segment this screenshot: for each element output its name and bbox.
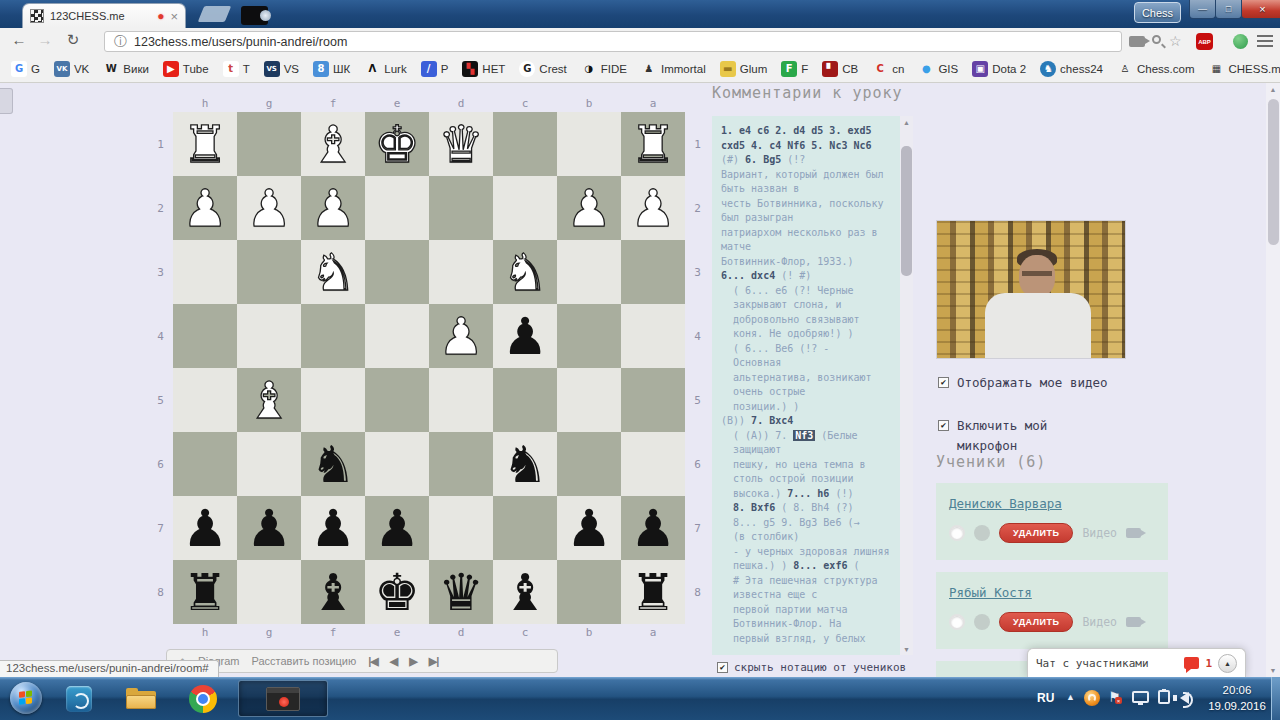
- notation-line: первый взгляд, у белых: [721, 632, 890, 647]
- notation-line: закрывают слона, и: [721, 298, 890, 313]
- white-queen-piece: ♛: [438, 119, 484, 170]
- notation-line: пешка.) ) 8... exf6 (: [721, 559, 890, 574]
- bookmark-label: T: [243, 63, 250, 75]
- nav-first-icon[interactable]: |◀: [368, 655, 378, 668]
- hide-notation-label: скрыть нотацию от учеников: [734, 661, 906, 674]
- bookmark-item[interactable]: ▚НЕТ: [455, 59, 512, 79]
- back-icon[interactable]: ←: [8, 31, 30, 48]
- notation-segment: высока.): [721, 488, 787, 499]
- reload-icon[interactable]: ↻: [62, 31, 84, 49]
- black-pawn-piece: ♟: [182, 503, 228, 554]
- notation-line: очень острые: [721, 385, 890, 400]
- zoom-icon[interactable]: [1152, 35, 1161, 44]
- rank-label: 4: [685, 304, 710, 368]
- bookmark-item[interactable]: ♟Immortal: [634, 59, 713, 79]
- fide-icon: ◑: [581, 61, 597, 77]
- notation-line: Вариант, который должен был: [721, 168, 890, 183]
- action-center-flag-icon[interactable]: ⚑×: [1108, 689, 1121, 705]
- square-h2[interactable]: ♟: [173, 176, 237, 240]
- notation-segment: пешку, но цена темпа в: [721, 459, 866, 470]
- bookmark-star-icon[interactable]: ☆: [1169, 33, 1182, 49]
- square-f4[interactable]: [301, 304, 365, 368]
- page-scrollbar[interactable]: ▲ ▼: [1266, 83, 1280, 677]
- rank-label: 3: [148, 240, 173, 304]
- notation-segment: [721, 502, 733, 513]
- square-c3[interactable]: ♞: [493, 240, 557, 304]
- bookmark-label: Glum: [740, 63, 767, 75]
- student-radio-off[interactable]: [949, 614, 965, 630]
- square-e6[interactable]: [365, 432, 429, 496]
- notation-line: (#) 6. Bg5 (!?: [721, 153, 890, 168]
- board-corner: [148, 95, 173, 112]
- file-label: e: [365, 95, 429, 112]
- square-b8[interactable]: [557, 560, 621, 624]
- square-e3[interactable]: [365, 240, 429, 304]
- minimize-button[interactable]: —: [1189, 0, 1216, 19]
- bookmark-item[interactable]: ▣Dota 2: [965, 59, 1033, 79]
- chess-com-icon: ♙: [1117, 61, 1133, 77]
- student-card: Денисюк ВарвараУДАЛИТЬВидео: [936, 483, 1168, 560]
- square-h5[interactable]: [173, 368, 237, 432]
- notation-segment: патриархом несколько раз в: [721, 227, 878, 238]
- square-b4[interactable]: [557, 304, 621, 368]
- app-icon: [66, 686, 92, 712]
- square-a4[interactable]: [621, 304, 685, 368]
- square-c4[interactable]: ♟: [493, 304, 557, 368]
- notation-segment: защищают: [721, 444, 781, 455]
- file-label: f: [301, 624, 365, 641]
- rank-label: 6: [685, 432, 710, 496]
- notation-line: позиции.) ): [721, 400, 890, 415]
- tab-title: 123CHESS.me: [50, 10, 151, 22]
- bookmark-item[interactable]: ●GIS: [911, 59, 965, 79]
- square-d4[interactable]: ♟: [429, 304, 493, 368]
- student-video-label: Видео: [1082, 615, 1117, 629]
- notation-segment: 1. e4 c6 2. d4 d5 3. exd5: [721, 125, 872, 136]
- maximize-button[interactable]: □: [1215, 0, 1242, 19]
- bookmark-item[interactable]: ΛLurk: [357, 59, 413, 79]
- black-bishop-piece: ♝: [310, 567, 356, 618]
- taskbar-recorder-button[interactable]: [238, 680, 328, 717]
- square-e1[interactable]: ♚: [365, 112, 429, 176]
- scroll-up-icon[interactable]: ▲: [900, 116, 913, 128]
- square-e5[interactable]: [365, 368, 429, 432]
- taskbar-explorer-button[interactable]: [112, 680, 170, 717]
- file-label: b: [557, 95, 621, 112]
- square-d6[interactable]: [429, 432, 493, 496]
- square-g4[interactable]: [237, 304, 301, 368]
- square-c1[interactable]: [493, 112, 557, 176]
- student-camera-icon: [1126, 617, 1141, 627]
- notation-segment: Ботвинник-Флор, 1933.): [721, 256, 853, 267]
- bookmark-label: Crest: [539, 63, 566, 75]
- file-label: c: [493, 95, 557, 112]
- delete-student-button[interactable]: УДАЛИТЬ: [999, 612, 1073, 632]
- square-g6[interactable]: [237, 432, 301, 496]
- rank-label: 2: [148, 176, 173, 240]
- white-rook-piece: ♜: [630, 119, 676, 170]
- bookmark-item[interactable]: ♙Chess.com: [1110, 59, 1202, 79]
- teacher-webcam-video: [936, 220, 1126, 359]
- notation-segment: 6. Bg5: [745, 154, 781, 165]
- clock-date: 19.09.2016: [1202, 698, 1272, 714]
- black-king-piece: ♚: [374, 567, 420, 618]
- url-text: 123chess.me/users/punin-andrei/room: [134, 35, 347, 49]
- square-b7[interactable]: ♟: [557, 496, 621, 560]
- square-a1[interactable]: ♜: [621, 112, 685, 176]
- notation-segment: очень острые: [721, 386, 805, 397]
- tray-expand-icon[interactable]: ▲: [1066, 692, 1075, 702]
- scroll-down-icon[interactable]: ▼: [1266, 664, 1280, 677]
- vs-icon: VS: [264, 61, 280, 77]
- square-a3[interactable]: [621, 240, 685, 304]
- шк-icon: 8: [313, 61, 329, 77]
- scrollbar-thumb[interactable]: [1268, 99, 1279, 245]
- bookmark-item[interactable]: WВики: [96, 59, 156, 79]
- notation-segment: ( 6... e6 (?! Черные: [721, 285, 853, 296]
- student-video-label: Видео: [1082, 526, 1117, 540]
- white-pawn-piece: ♟: [630, 183, 676, 234]
- show-desktop-button[interactable]: [1271, 677, 1280, 720]
- notation-segment: 8... exf6: [793, 560, 847, 571]
- tube-icon: ▶: [163, 61, 179, 77]
- bookmark-item[interactable]: tT: [216, 59, 257, 79]
- square-b3[interactable]: [557, 240, 621, 304]
- white-pawn-piece: ♟: [438, 311, 484, 362]
- square-g1[interactable]: [237, 112, 301, 176]
- students-heading: Ученики (6): [936, 453, 1046, 471]
- notation-segment: закрывают слона, и: [721, 299, 841, 310]
- setup-position-button[interactable]: Расставить позицию: [252, 655, 357, 667]
- bookmark-label: VS: [284, 63, 299, 75]
- square-a6[interactable]: [621, 432, 685, 496]
- file-label: h: [173, 95, 237, 112]
- page-content: hgfedcba1♜♝♚♛♜12♟♟♟♟♟23♞♞34♟♟45♝56♞♞67♟♟…: [0, 83, 1280, 677]
- student-name-link[interactable]: Рябый Костя: [949, 585, 1032, 600]
- comments-heading: Комментарии к уроку: [712, 84, 903, 102]
- tray-update-icon[interactable]: [1084, 690, 1100, 706]
- white-king-piece: ♚: [374, 119, 420, 170]
- tab-close-icon[interactable]: ×: [170, 10, 178, 23]
- chrome-icon: [189, 685, 217, 713]
- notation-line: патриархом несколько раз в: [721, 226, 890, 241]
- square-b1[interactable]: [557, 112, 621, 176]
- chess-board: hgfedcba1♜♝♚♛♜12♟♟♟♟♟23♞♞34♟♟45♝56♞♞67♟♟…: [148, 95, 710, 641]
- bookmark-item[interactable]: VSVS: [257, 59, 306, 79]
- file-label: c: [493, 624, 557, 641]
- mic-label: Включить мой микрофон: [957, 416, 1113, 456]
- bookmark-label: Dota 2: [992, 63, 1026, 75]
- rank-label: 1: [685, 112, 710, 176]
- background-chess-window-chip[interactable]: Chess: [1134, 2, 1181, 23]
- language-indicator[interactable]: RU: [1037, 691, 1054, 705]
- bookmark-item[interactable]: Ccn: [865, 59, 911, 79]
- board-corner: [148, 624, 173, 641]
- notation-line: первой партии матча: [721, 603, 890, 618]
- student-name-link[interactable]: Денисюк Варвара: [949, 496, 1062, 511]
- notation-line: Основная: [721, 356, 890, 371]
- square-f6[interactable]: ♞: [301, 432, 365, 496]
- notation-segment: 7... h6: [787, 488, 829, 499]
- square-a8[interactable]: ♜: [621, 560, 685, 624]
- notation-segment: cxd5 4. c4 Nf6 5. Nc3 Nc6: [721, 140, 872, 151]
- bookmark-label: CB: [842, 63, 858, 75]
- white-bishop-piece: ♝: [310, 119, 356, 170]
- current-move[interactable]: Nf3: [793, 430, 815, 441]
- square-g7[interactable]: ♟: [237, 496, 301, 560]
- p-icon: /: [421, 61, 437, 77]
- student-controls-row: УДАЛИТЬВидео: [949, 523, 1155, 543]
- notation-segment: 6... dxc4: [721, 270, 775, 281]
- network-icon[interactable]: [1132, 691, 1149, 703]
- close-button[interactable]: ×: [1241, 0, 1280, 19]
- delete-student-button[interactable]: УДАЛИТЬ: [999, 523, 1073, 543]
- file-label: b: [557, 624, 621, 641]
- square-h1[interactable]: ♜: [173, 112, 237, 176]
- square-c5[interactable]: [493, 368, 557, 432]
- chat-toggle-button[interactable]: ▲: [1218, 654, 1237, 673]
- notation-segment: (Белые: [815, 430, 857, 441]
- notation-line: ( 6... Be6 (!? -: [721, 342, 890, 357]
- start-button[interactable]: [10, 682, 42, 714]
- tray-app-icon[interactable]: [1158, 690, 1170, 704]
- volume-icon[interactable]: [1180, 692, 1189, 704]
- hide-notation-checkbox[interactable]: ✔: [717, 662, 728, 673]
- square-a7[interactable]: ♟: [621, 496, 685, 560]
- notation-segment: первой партии матча: [721, 604, 847, 615]
- notation-line: матче: [721, 240, 890, 255]
- bookmark-label: cn: [892, 63, 904, 75]
- windows-flag-icon: [19, 690, 33, 705]
- notation-line: защищают: [721, 443, 890, 458]
- square-b6[interactable]: [557, 432, 621, 496]
- bookmark-label: G: [31, 63, 40, 75]
- notation-segment: был разыгран: [721, 212, 793, 223]
- bookmark-label: Tube: [183, 63, 209, 75]
- black-rook-piece: ♜: [630, 567, 676, 618]
- notation-line: был разыгран: [721, 211, 890, 226]
- square-h7[interactable]: ♟: [173, 496, 237, 560]
- crest-icon: G: [519, 61, 535, 77]
- bookmark-item[interactable]: ▬Glum: [713, 59, 774, 79]
- notation-segment: столь острой позиции: [721, 473, 853, 484]
- square-d5[interactable]: [429, 368, 493, 432]
- comments-panel[interactable]: 1. e4 c6 2. d4 d5 3. exd5cxd5 4. c4 Nf6 …: [712, 116, 913, 655]
- notation-segment: первый взгляд, у белых: [721, 633, 866, 644]
- recording-dot-icon: ●: [157, 10, 164, 22]
- student-radio-off[interactable]: [949, 525, 965, 541]
- notation-segment: (B)): [721, 415, 751, 426]
- notation-line: cxd5 4. c4 Nf6 5. Nc3 Nc6: [721, 139, 890, 154]
- notation-line: 8... g5 9. Bg3 Be6 (→: [721, 516, 890, 531]
- bookmark-item[interactable]: ▦CHESS.me: [1201, 59, 1280, 79]
- bookmark-label: CHESS.me: [1228, 63, 1280, 75]
- square-g5[interactable]: ♝: [237, 368, 301, 432]
- square-g3[interactable]: [237, 240, 301, 304]
- square-f5[interactable]: [301, 368, 365, 432]
- square-h4[interactable]: [173, 304, 237, 368]
- bookmark-label: Lurk: [384, 63, 406, 75]
- board-controls: ◆ Diagram Расставить позицию |◀ ◀ ▶ ▶|: [166, 649, 558, 673]
- square-b5[interactable]: [557, 368, 621, 432]
- taskbar-clock[interactable]: 20:06 19.09.2016: [1202, 682, 1272, 714]
- student-camera-icon: [1126, 528, 1141, 538]
- square-c2[interactable]: [493, 176, 557, 240]
- square-d3[interactable]: [429, 240, 493, 304]
- taskbar-app-button[interactable]: [50, 680, 108, 717]
- notation-line: 6... dxc4 (! #): [721, 269, 890, 284]
- scroll-down-icon[interactable]: ▼: [900, 643, 913, 655]
- square-h6[interactable]: [173, 432, 237, 496]
- black-pawn-piece: ♟: [246, 503, 292, 554]
- chat-popup[interactable]: Чат с участниками 1 ▲: [1027, 648, 1246, 677]
- square-e7[interactable]: ♟: [365, 496, 429, 560]
- rank-label: 8: [685, 560, 710, 624]
- notation-segment: (!): [829, 488, 853, 499]
- square-c6[interactable]: ♞: [493, 432, 557, 496]
- notation-segment: ( (A)) 7.: [721, 430, 793, 441]
- white-pawn-piece: ♟: [246, 183, 292, 234]
- square-a2[interactable]: ♟: [621, 176, 685, 240]
- square-f7[interactable]: ♟: [301, 496, 365, 560]
- bookmark-item[interactable]: GG: [4, 59, 47, 79]
- scrollbar-thumb[interactable]: [901, 146, 912, 276]
- notation-segment: Вариант, который должен был: [721, 169, 884, 180]
- comments-scrollbar[interactable]: ▲ ▼: [900, 116, 913, 655]
- forward-icon[interactable]: →: [34, 31, 56, 48]
- square-a5[interactable]: [621, 368, 685, 432]
- status-bar: 123chess.me/users/punin-andrei/room#: [0, 660, 219, 677]
- chess-me-icon: ▦: [1208, 61, 1224, 77]
- notation-line: пешку, но цена темпа в: [721, 458, 890, 473]
- file-label: e: [365, 624, 429, 641]
- square-e8[interactable]: ♚: [365, 560, 429, 624]
- bookmark-item[interactable]: /P: [414, 59, 456, 79]
- bookmark-item[interactable]: FF: [774, 59, 815, 79]
- square-d1[interactable]: ♛: [429, 112, 493, 176]
- bookmark-item[interactable]: ▶Tube: [156, 59, 216, 79]
- show-video-row: ✔ Отображать мое видео: [938, 373, 1113, 393]
- notation-line: (в столбик): [721, 530, 890, 545]
- white-pawn-piece: ♟: [310, 183, 356, 234]
- browser-menu-icon[interactable]: [1257, 35, 1273, 48]
- notation-line: ( 6... e6 (?! Черные: [721, 284, 890, 299]
- taskbar-chrome-button[interactable]: [174, 680, 232, 717]
- adblock-extension-icon[interactable]: ABP: [1196, 33, 1213, 50]
- notation-segment: честь Ботвинника, поскольку: [721, 198, 884, 209]
- square-g2[interactable]: ♟: [237, 176, 301, 240]
- chat-title: Чат с участниками: [1036, 657, 1178, 670]
- nav-last-icon[interactable]: ▶|: [429, 655, 439, 668]
- square-c8[interactable]: ♝: [493, 560, 557, 624]
- notation-line: честь Ботвинника, поскольку: [721, 197, 890, 212]
- nav-next-icon[interactable]: ▶: [409, 655, 416, 668]
- scroll-up-icon[interactable]: ▲: [1266, 83, 1280, 96]
- notation-segment: 8. Bxf6: [733, 502, 775, 513]
- black-knight-piece: ♞: [502, 439, 548, 490]
- notation-segment: (!?: [781, 154, 805, 165]
- square-h3[interactable]: [173, 240, 237, 304]
- bookmark-item[interactable]: ◑FIDE: [574, 59, 634, 79]
- square-d7[interactable]: [429, 496, 493, 560]
- notation-line: столь острой позиции: [721, 472, 890, 487]
- black-pawn-piece: ♟: [310, 503, 356, 554]
- вики-icon: W: [103, 61, 119, 77]
- square-d2[interactable]: [429, 176, 493, 240]
- square-f3[interactable]: ♞: [301, 240, 365, 304]
- notation-segment: позиции.) ): [721, 401, 799, 412]
- bookmark-item[interactable]: 8ШК: [306, 59, 357, 79]
- bookmark-label: FIDE: [601, 63, 627, 75]
- file-label: d: [429, 95, 493, 112]
- notation-line: - у черных здоровая лишняя: [721, 545, 890, 560]
- student-radio-on[interactable]: [974, 614, 990, 630]
- square-f1[interactable]: ♝: [301, 112, 365, 176]
- square-e4[interactable]: [365, 304, 429, 368]
- mic-checkbox[interactable]: ✔: [938, 420, 949, 431]
- notation-line: альтернатива, возникают: [721, 371, 890, 386]
- notation-segment: (#): [721, 154, 745, 165]
- browser-tab[interactable]: 123CHESS.me ● ×: [22, 3, 186, 28]
- square-g8[interactable]: [237, 560, 301, 624]
- notation-line: известна еще с: [721, 588, 890, 603]
- new-tab-button[interactable]: [198, 6, 231, 22]
- bookmark-item[interactable]: ▘CB: [815, 59, 865, 79]
- square-f8[interactable]: ♝: [301, 560, 365, 624]
- immortal-icon: ♟: [641, 61, 657, 77]
- address-bar[interactable]: ⓘ 123chess.me/users/punin-andrei/room: [104, 31, 1122, 52]
- window-controls: — □ ×: [1190, 0, 1280, 19]
- student-controls-row: УДАЛИТЬВидео: [949, 612, 1155, 632]
- file-label: a: [621, 624, 685, 641]
- bookmark-label: GIS: [938, 63, 958, 75]
- rank-label: 2: [685, 176, 710, 240]
- bookmark-label: F: [801, 63, 808, 75]
- bookmark-label: Вики: [123, 63, 149, 75]
- square-e2[interactable]: [365, 176, 429, 240]
- notation-segment: ( 6... Be6 (!? -: [721, 343, 829, 354]
- нет-icon: ▚: [462, 61, 478, 77]
- board-corner: [685, 624, 710, 641]
- page-info-icon[interactable]: ⓘ: [114, 33, 127, 51]
- bookmarks-bar: GGVKVKWВики▶TubetTVSVS8ШКΛLurk/P▚НЕТGCre…: [0, 55, 1280, 83]
- notation-line: 8. Bxf6 ( 8. Bh4 (?): [721, 501, 890, 516]
- square-b2[interactable]: ♟: [557, 176, 621, 240]
- notation-segment: - у черных здоровая лишняя: [721, 546, 890, 557]
- chess24-icon: ♞: [1040, 61, 1056, 77]
- bookmark-label: P: [441, 63, 449, 75]
- bookmark-label: Chess.com: [1137, 63, 1195, 75]
- square-d8[interactable]: ♛: [429, 560, 493, 624]
- notation-segment: 8... g5 9. Bg3 Be6 (→: [721, 517, 859, 528]
- notation-segment: быть назван в: [721, 183, 799, 194]
- student-radio-on[interactable]: [974, 525, 990, 541]
- nav-prev-icon[interactable]: ◀: [390, 655, 397, 668]
- sidebar-handle[interactable]: [0, 88, 13, 114]
- bookmark-item[interactable]: VKVK: [47, 59, 96, 79]
- cast-camera-icon[interactable]: [1129, 36, 1145, 47]
- square-h8[interactable]: ♜: [173, 560, 237, 624]
- square-f2[interactable]: ♟: [301, 176, 365, 240]
- green-extension-icon[interactable]: [1233, 34, 1248, 49]
- square-c7[interactable]: [493, 496, 557, 560]
- rank-label: 4: [148, 304, 173, 368]
- bookmark-label: VK: [74, 63, 89, 75]
- bookmark-item[interactable]: GCrest: [512, 59, 573, 79]
- show-video-checkbox[interactable]: ✔: [938, 377, 949, 388]
- bookmark-item[interactable]: ♞chess24: [1033, 59, 1110, 79]
- bookmark-label: НЕТ: [482, 63, 505, 75]
